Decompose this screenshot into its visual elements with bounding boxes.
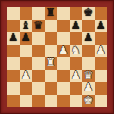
square-a2[interactable] — [7, 82, 20, 95]
piece-white-pawn: ♟ — [83, 82, 93, 94]
piece-black-pawn: ♟ — [21, 32, 31, 44]
piece-black-bishop: ♝ — [21, 20, 31, 32]
square-b4[interactable] — [20, 57, 33, 70]
piece-black-pawn: ♟ — [83, 32, 93, 44]
square-h4[interactable] — [95, 57, 108, 70]
square-g1[interactable]: ♚ — [82, 95, 95, 108]
square-f6[interactable] — [70, 32, 83, 45]
square-c8[interactable] — [32, 7, 45, 20]
piece-black-rook: ♜ — [46, 7, 56, 19]
square-b8[interactable] — [20, 7, 33, 20]
square-d7[interactable] — [45, 20, 58, 33]
piece-white-pawn: ♟ — [71, 70, 81, 82]
square-h8[interactable] — [95, 7, 108, 20]
piece-white-queen: ♛ — [83, 70, 93, 82]
square-f3[interactable]: ♟ — [70, 70, 83, 83]
square-b3[interactable]: ♟ — [20, 70, 33, 83]
square-c5[interactable] — [32, 45, 45, 58]
square-f8[interactable] — [70, 7, 83, 20]
piece-black-queen: ♛ — [33, 20, 43, 32]
square-e2[interactable] — [57, 82, 70, 95]
square-g7[interactable] — [82, 20, 95, 33]
square-e6[interactable] — [57, 32, 70, 45]
square-a6[interactable]: ♟ — [7, 32, 20, 45]
piece-black-king: ♚ — [83, 7, 93, 19]
square-a8[interactable] — [7, 7, 20, 20]
square-f1[interactable] — [70, 95, 83, 108]
square-a3[interactable] — [7, 70, 20, 83]
square-b1[interactable] — [20, 95, 33, 108]
piece-white-pawn: ♟ — [58, 45, 68, 57]
square-g6[interactable]: ♟ — [82, 32, 95, 45]
square-a5[interactable] — [7, 45, 20, 58]
square-b2[interactable] — [20, 82, 33, 95]
square-a4[interactable] — [7, 57, 20, 70]
square-c4[interactable] — [32, 57, 45, 70]
piece-white-pawn: ♟ — [96, 45, 106, 57]
square-g5[interactable] — [82, 45, 95, 58]
piece-white-pawn: ♟ — [21, 70, 31, 82]
piece-white-knight: ♞ — [71, 45, 81, 57]
square-h7[interactable]: ♟ — [95, 20, 108, 33]
square-e5[interactable]: ♟ — [57, 45, 70, 58]
square-d8[interactable]: ♜ — [45, 7, 58, 20]
square-d6[interactable] — [45, 32, 58, 45]
square-c7[interactable]: ♛ — [32, 20, 45, 33]
square-h3[interactable] — [95, 70, 108, 83]
square-c6[interactable] — [32, 32, 45, 45]
square-h6[interactable] — [95, 32, 108, 45]
square-a1[interactable] — [7, 95, 20, 108]
square-f5[interactable]: ♞ — [70, 45, 83, 58]
square-g4[interactable] — [82, 57, 95, 70]
piece-black-pawn: ♟ — [8, 32, 18, 44]
square-b6[interactable]: ♟ — [20, 32, 33, 45]
square-d4[interactable]: ♜ — [45, 57, 58, 70]
square-g2[interactable]: ♟ — [82, 82, 95, 95]
piece-white-king: ♚ — [83, 95, 93, 107]
square-c3[interactable] — [32, 70, 45, 83]
square-e3[interactable] — [57, 70, 70, 83]
square-d1[interactable] — [45, 95, 58, 108]
square-h2[interactable] — [95, 82, 108, 95]
square-c1[interactable] — [32, 95, 45, 108]
square-d2[interactable] — [45, 82, 58, 95]
square-f2[interactable] — [70, 82, 83, 95]
square-b7[interactable]: ♝ — [20, 20, 33, 33]
square-h5[interactable]: ♟ — [95, 45, 108, 58]
square-d3[interactable] — [45, 70, 58, 83]
piece-black-pawn: ♟ — [71, 20, 81, 32]
square-e4[interactable] — [57, 57, 70, 70]
chess-board: ♜♚♝♛♟♟♟♟♟♟♞♟♜♟♟♛♟♚ — [7, 7, 107, 107]
square-d5[interactable] — [45, 45, 58, 58]
square-b5[interactable] — [20, 45, 33, 58]
square-h1[interactable] — [95, 95, 108, 108]
piece-white-rook: ♜ — [46, 57, 56, 69]
square-f4[interactable] — [70, 57, 83, 70]
square-f7[interactable]: ♟ — [70, 20, 83, 33]
square-g8[interactable]: ♚ — [82, 7, 95, 20]
square-c2[interactable] — [32, 82, 45, 95]
square-e1[interactable] — [57, 95, 70, 108]
square-e7[interactable] — [57, 20, 70, 33]
chess-board-frame: ♜♚♝♛♟♟♟♟♟♟♞♟♜♟♟♛♟♚ — [0, 0, 114, 114]
square-e8[interactable] — [57, 7, 70, 20]
square-g3[interactable]: ♛ — [82, 70, 95, 83]
square-a7[interactable] — [7, 20, 20, 33]
piece-black-pawn: ♟ — [96, 20, 106, 32]
